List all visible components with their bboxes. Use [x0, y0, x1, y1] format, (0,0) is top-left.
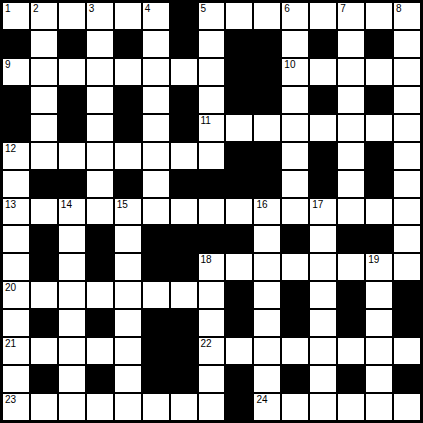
cell-r8-c3 [87, 226, 113, 252]
cell-r10-c14 [394, 282, 420, 308]
cell-r9-c5 [143, 254, 169, 280]
clue-number-10: 10 [284, 59, 295, 71]
crossword-grid: 123456789101112131415161718192021222324 [0, 0, 423, 423]
cell-r14-c9[interactable]: 24 [254, 394, 280, 420]
cell-r8-c5 [143, 226, 169, 252]
cell-r10-c3[interactable] [87, 282, 113, 308]
cell-r10-c7[interactable] [199, 282, 225, 308]
cell-r11-c7[interactable] [199, 310, 225, 336]
cell-r6-c0[interactable] [3, 171, 29, 197]
cell-r1-c3[interactable] [87, 31, 113, 57]
cell-r1-c0 [3, 31, 29, 57]
cell-r8-c12 [338, 226, 364, 252]
cell-r7-c13[interactable] [366, 199, 392, 225]
cell-r7-c1[interactable] [31, 199, 57, 225]
cell-r3-c10[interactable] [282, 87, 308, 113]
cell-r8-c0[interactable] [3, 226, 29, 252]
cell-r14-c5[interactable] [143, 394, 169, 420]
cell-r6-c14[interactable] [394, 171, 420, 197]
clue-number-21: 21 [5, 338, 16, 350]
cell-r3-c2 [59, 87, 85, 113]
cell-r3-c4 [115, 87, 141, 113]
cell-r12-c2[interactable] [59, 338, 85, 364]
cell-r5-c6[interactable] [171, 143, 197, 169]
cell-r6-c9 [254, 171, 280, 197]
cell-r2-c13[interactable] [366, 59, 392, 85]
clue-number-9: 9 [5, 59, 11, 71]
cell-r9-c7[interactable]: 18 [199, 254, 225, 280]
cell-r7-c7[interactable] [199, 199, 225, 225]
cell-r2-c11[interactable] [310, 59, 336, 85]
cell-r3-c1[interactable] [31, 87, 57, 113]
cell-r9-c14[interactable] [394, 254, 420, 280]
clue-number-12: 12 [5, 143, 16, 155]
cell-r12-c7[interactable]: 22 [199, 338, 225, 364]
cell-r0-c6 [171, 3, 197, 29]
cell-r0-c7[interactable]: 5 [199, 3, 225, 29]
cell-r7-c2[interactable]: 14 [59, 199, 85, 225]
cell-r5-c0[interactable]: 12 [3, 143, 29, 169]
clue-number-6: 6 [284, 3, 290, 15]
cell-r12-c5 [143, 338, 169, 364]
clue-number-3: 3 [89, 3, 95, 15]
cell-r10-c2[interactable] [59, 282, 85, 308]
cell-r6-c5[interactable] [143, 171, 169, 197]
cell-r13-c0[interactable] [3, 366, 29, 392]
clue-number-5: 5 [201, 3, 207, 15]
cell-r14-c13[interactable] [366, 394, 392, 420]
cell-r13-c2[interactable] [59, 366, 85, 392]
cell-r13-c13[interactable] [366, 366, 392, 392]
cell-r8-c10 [282, 226, 308, 252]
cell-r2-c8 [226, 59, 252, 85]
cell-r1-c2 [59, 31, 85, 57]
cell-r9-c13[interactable]: 19 [366, 254, 392, 280]
cell-r1-c9 [254, 31, 280, 57]
cell-r2-c0[interactable]: 9 [3, 59, 29, 85]
cell-r12-c4[interactable] [115, 338, 141, 364]
clue-number-7: 7 [340, 3, 346, 15]
clue-number-16: 16 [256, 199, 267, 211]
cell-r4-c13[interactable] [366, 115, 392, 141]
cell-r9-c6 [171, 254, 197, 280]
cell-r3-c7[interactable] [199, 87, 225, 113]
cell-r0-c3[interactable]: 3 [87, 3, 113, 29]
cell-r8-c1 [31, 226, 57, 252]
clue-number-14: 14 [61, 199, 72, 211]
cell-r6-c7 [199, 171, 225, 197]
cell-r3-c6 [171, 87, 197, 113]
cell-r14-c1[interactable] [31, 394, 57, 420]
cell-r10-c8 [226, 282, 252, 308]
cell-r14-c4[interactable] [115, 394, 141, 420]
cell-r10-c12 [338, 282, 364, 308]
cell-r10-c1[interactable] [31, 282, 57, 308]
cell-r1-c12[interactable] [338, 31, 364, 57]
cell-r2-c9 [254, 59, 280, 85]
cell-r11-c1 [31, 310, 57, 336]
cell-r11-c4[interactable] [115, 310, 141, 336]
cell-r14-c14[interactable] [394, 394, 420, 420]
cell-r5-c7[interactable] [199, 143, 225, 169]
cell-r12-c6 [171, 338, 197, 364]
cell-r14-c10[interactable] [282, 394, 308, 420]
cell-r10-c6[interactable] [171, 282, 197, 308]
cell-r0-c9[interactable] [254, 3, 280, 29]
cell-r2-c3[interactable] [87, 59, 113, 85]
cell-r3-c13 [366, 87, 392, 113]
cell-r9-c12[interactable] [338, 254, 364, 280]
cell-r13-c14 [394, 366, 420, 392]
cell-r1-c10[interactable] [282, 31, 308, 57]
cell-r11-c2[interactable] [59, 310, 85, 336]
cell-r4-c6 [171, 115, 197, 141]
cell-r0-c13[interactable] [366, 3, 392, 29]
cell-r9-c8[interactable] [226, 254, 252, 280]
cell-r5-c4[interactable] [115, 143, 141, 169]
cell-r6-c3[interactable] [87, 171, 113, 197]
cell-r4-c12[interactable] [338, 115, 364, 141]
cell-r8-c2[interactable] [59, 226, 85, 252]
cell-r11-c0[interactable] [3, 310, 29, 336]
clue-number-4: 4 [145, 3, 151, 15]
cell-r7-c10[interactable] [282, 199, 308, 225]
cell-r5-c9 [254, 143, 280, 169]
cell-r11-c8 [226, 310, 252, 336]
cell-r13-c11[interactable] [310, 366, 336, 392]
cell-r14-c11[interactable] [310, 394, 336, 420]
cell-r5-c3[interactable] [87, 143, 113, 169]
cell-r0-c14[interactable]: 8 [394, 3, 420, 29]
cell-r4-c4 [115, 115, 141, 141]
cell-r1-c11 [310, 31, 336, 57]
clue-number-20: 20 [5, 282, 16, 294]
cell-r5-c1[interactable] [31, 143, 57, 169]
cell-r3-c9 [254, 87, 280, 113]
cell-r12-c14[interactable] [394, 338, 420, 364]
cell-r0-c2[interactable] [59, 3, 85, 29]
cell-r1-c13 [366, 31, 392, 57]
clue-number-23: 23 [5, 394, 16, 406]
clue-number-18: 18 [201, 254, 212, 266]
cell-r12-c3[interactable] [87, 338, 113, 364]
cell-r13-c1 [31, 366, 57, 392]
cell-r4-c2 [59, 115, 85, 141]
clue-number-15: 15 [117, 199, 128, 211]
cell-r8-c9[interactable] [254, 226, 280, 252]
cell-r3-c5[interactable] [143, 87, 169, 113]
clue-number-19: 19 [368, 254, 379, 266]
cell-r3-c0 [3, 87, 29, 113]
cell-r6-c1 [31, 171, 57, 197]
cell-r9-c2[interactable] [59, 254, 85, 280]
cell-r8-c6 [171, 226, 197, 252]
cell-r11-c3 [87, 310, 113, 336]
clue-number-2: 2 [33, 3, 39, 15]
cell-r2-c10[interactable]: 10 [282, 59, 308, 85]
cell-r5-c10[interactable] [282, 143, 308, 169]
cell-r13-c8 [226, 366, 252, 392]
cell-r6-c12[interactable] [338, 171, 364, 197]
cell-r12-c11[interactable] [310, 338, 336, 364]
cell-r4-c3[interactable] [87, 115, 113, 141]
cell-r8-c11[interactable] [310, 226, 336, 252]
cell-r1-c6 [171, 31, 197, 57]
cell-r9-c4[interactable] [115, 254, 141, 280]
clue-number-24: 24 [256, 394, 267, 406]
cell-r3-c8 [226, 87, 252, 113]
cell-r8-c4[interactable] [115, 226, 141, 252]
cell-r13-c12 [338, 366, 364, 392]
cell-r10-c9[interactable] [254, 282, 280, 308]
cell-r7-c4[interactable]: 15 [115, 199, 141, 225]
cell-r0-c1[interactable]: 2 [31, 3, 57, 29]
cell-r11-c10 [282, 310, 308, 336]
cell-r3-c11 [310, 87, 336, 113]
cell-r6-c13 [366, 171, 392, 197]
cell-r14-c0[interactable]: 23 [3, 394, 29, 420]
cell-r12-c0[interactable]: 21 [3, 338, 29, 364]
cell-r7-c12[interactable] [338, 199, 364, 225]
cell-r3-c12[interactable] [338, 87, 364, 113]
cell-r4-c9[interactable] [254, 115, 280, 141]
cell-r11-c6 [171, 310, 197, 336]
cell-r7-c9[interactable]: 16 [254, 199, 280, 225]
cell-r6-c8 [226, 171, 252, 197]
cell-r14-c8 [226, 394, 252, 420]
cell-r10-c11[interactable] [310, 282, 336, 308]
cell-r8-c13 [366, 226, 392, 252]
clue-number-11: 11 [201, 115, 211, 127]
cell-r7-c8[interactable] [226, 199, 252, 225]
cell-r5-c5[interactable] [143, 143, 169, 169]
cell-r4-c5[interactable] [143, 115, 169, 141]
cell-r14-c3[interactable] [87, 394, 113, 420]
cell-r4-c8[interactable] [226, 115, 252, 141]
cell-r13-c5 [143, 366, 169, 392]
cell-r2-c5[interactable] [143, 59, 169, 85]
cell-r12-c8[interactable] [226, 338, 252, 364]
cell-r7-c3[interactable] [87, 199, 113, 225]
cell-r0-c5[interactable]: 4 [143, 3, 169, 29]
cell-r11-c11[interactable] [310, 310, 336, 336]
cell-r6-c6 [171, 171, 197, 197]
cell-r1-c5[interactable] [143, 31, 169, 57]
cell-r14-c2[interactable] [59, 394, 85, 420]
cell-r6-c11 [310, 171, 336, 197]
cell-r11-c14 [394, 310, 420, 336]
cell-r5-c2[interactable] [59, 143, 85, 169]
cell-r5-c13 [366, 143, 392, 169]
cell-r2-c6[interactable] [171, 59, 197, 85]
cell-r13-c4[interactable] [115, 366, 141, 392]
cell-r6-c2 [59, 171, 85, 197]
cell-r2-c4[interactable] [115, 59, 141, 85]
cell-r4-c7[interactable]: 11 [199, 115, 225, 141]
cell-r8-c14[interactable] [394, 226, 420, 252]
cell-r4-c10[interactable] [282, 115, 308, 141]
cell-r0-c10[interactable]: 6 [282, 3, 308, 29]
cell-r7-c6[interactable] [171, 199, 197, 225]
cell-r10-c13[interactable] [366, 282, 392, 308]
cell-r5-c14[interactable] [394, 143, 420, 169]
clue-number-8: 8 [396, 3, 402, 15]
cell-r1-c8 [226, 31, 252, 57]
clue-number-13: 13 [5, 199, 16, 211]
clue-number-1: 1 [5, 3, 11, 15]
cell-r9-c9[interactable] [254, 254, 280, 280]
cell-r12-c12[interactable] [338, 338, 364, 364]
cell-r0-c4[interactable] [115, 3, 141, 29]
cell-r6-c10[interactable] [282, 171, 308, 197]
cell-r2-c1[interactable] [31, 59, 57, 85]
cell-r12-c9[interactable] [254, 338, 280, 364]
cell-r0-c12[interactable]: 7 [338, 3, 364, 29]
cell-r7-c11[interactable]: 17 [310, 199, 336, 225]
cell-r14-c7[interactable] [199, 394, 225, 420]
cell-r3-c3[interactable] [87, 87, 113, 113]
cell-r13-c3 [87, 366, 113, 392]
cell-r4-c0 [3, 115, 29, 141]
cell-r9-c0[interactable] [3, 254, 29, 280]
cell-r0-c8[interactable] [226, 3, 252, 29]
cell-r8-c8 [226, 226, 252, 252]
cell-r11-c5 [143, 310, 169, 336]
cell-r7-c5[interactable] [143, 199, 169, 225]
cell-r9-c11[interactable] [310, 254, 336, 280]
cell-r9-c1 [31, 254, 57, 280]
cell-r13-c6 [171, 366, 197, 392]
cell-r12-c13[interactable] [366, 338, 392, 364]
cell-r10-c5[interactable] [143, 282, 169, 308]
cell-r1-c7[interactable] [199, 31, 225, 57]
clue-number-17: 17 [312, 199, 323, 211]
cell-r14-c12[interactable] [338, 394, 364, 420]
cell-r5-c8 [226, 143, 252, 169]
cell-r10-c4[interactable] [115, 282, 141, 308]
cell-r5-c12[interactable] [338, 143, 364, 169]
cell-r9-c3 [87, 254, 113, 280]
cell-r7-c14[interactable] [394, 199, 420, 225]
cell-r3-c14[interactable] [394, 87, 420, 113]
cell-r2-c14[interactable] [394, 59, 420, 85]
cell-r10-c10 [282, 282, 308, 308]
cell-r6-c4 [115, 171, 141, 197]
cell-r2-c7[interactable] [199, 59, 225, 85]
cell-r12-c1[interactable] [31, 338, 57, 364]
cell-r4-c1[interactable] [31, 115, 57, 141]
cell-r10-c0[interactable]: 20 [3, 282, 29, 308]
cell-r0-c0[interactable]: 1 [3, 3, 29, 29]
cell-r11-c9[interactable] [254, 310, 280, 336]
cell-r12-c10[interactable] [282, 338, 308, 364]
cell-r1-c4 [115, 31, 141, 57]
cell-r7-c0[interactable]: 13 [3, 199, 29, 225]
cell-r13-c10 [282, 366, 308, 392]
cell-r5-c11 [310, 143, 336, 169]
cell-r0-c11[interactable] [310, 3, 336, 29]
cell-r1-c1[interactable] [31, 31, 57, 57]
cell-r2-c12[interactable] [338, 59, 364, 85]
cell-r14-c6[interactable] [171, 394, 197, 420]
cell-r2-c2[interactable] [59, 59, 85, 85]
cell-r4-c14[interactable] [394, 115, 420, 141]
cell-r9-c10[interactable] [282, 254, 308, 280]
cell-r13-c7[interactable] [199, 366, 225, 392]
cell-r13-c9[interactable] [254, 366, 280, 392]
clue-number-22: 22 [201, 338, 212, 350]
cell-r4-c11[interactable] [310, 115, 336, 141]
cell-r1-c14[interactable] [394, 31, 420, 57]
cell-r8-c7 [199, 226, 225, 252]
cell-r11-c12 [338, 310, 364, 336]
cell-r11-c13[interactable] [366, 310, 392, 336]
